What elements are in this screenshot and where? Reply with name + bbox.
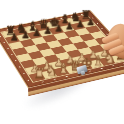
piece-black-pawn[interactable]: ♟ (32, 28, 41, 38)
piece-black-pawn[interactable]: ♟ (76, 19, 85, 29)
piece-black-pawn[interactable]: ♟ (54, 24, 63, 34)
piece-white-rook[interactable]: ♜ (33, 66, 46, 80)
piece-black-pawn[interactable]: ♟ (65, 21, 74, 31)
piece-black-pawn[interactable]: ♟ (43, 26, 52, 36)
hand-holding-board (92, 22, 124, 62)
piece-black-pawn[interactable]: ♟ (21, 30, 30, 40)
square-a7[interactable]: ♟ (5, 36, 20, 44)
piece-white-knight[interactable]: ♞ (45, 64, 58, 78)
square-a5[interactable] (13, 47, 28, 55)
piece-black-pawn[interactable]: ♟ (10, 33, 19, 43)
piece-white-bishop[interactable]: ♝ (57, 61, 69, 75)
chess-set-photo: ♜♞♝♛♚♝♞♜♟♟♟♟♟♟♟♟♟♟♟♟♟♟♟♟♜♞♝♛♚♝♞♜ (0, 0, 124, 124)
square-a1[interactable]: ♜ (29, 72, 46, 81)
